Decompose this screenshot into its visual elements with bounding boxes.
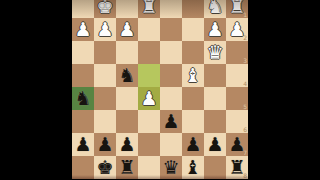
square-h4[interactable] [72, 64, 94, 87]
square-c6[interactable] [182, 110, 204, 133]
square-a1[interactable]: ♜1 [226, 0, 248, 18]
square-f5[interactable] [116, 87, 138, 110]
piece-black-bishop-c8[interactable]: ♝ [182, 156, 204, 179]
square-g3[interactable] [94, 41, 116, 64]
square-f3[interactable] [116, 41, 138, 64]
rank-label-8: 8 [243, 173, 247, 179]
piece-white-pawn-g2[interactable]: ♟ [94, 18, 116, 41]
piece-white-king-g1[interactable]: ♚ [94, 0, 116, 18]
square-h3[interactable] [72, 41, 94, 64]
square-a8[interactable]: ♜8 [226, 156, 248, 179]
square-e7[interactable] [138, 133, 160, 156]
square-f6[interactable] [116, 110, 138, 133]
piece-white-pawn-e5[interactable]: ♟ [138, 87, 160, 110]
square-h7[interactable]: ♟ [72, 133, 94, 156]
board: ♚♜♞♜1♟♟♟♟♟2♛3♞♝4♞♟5♟6♟♟♟♟♟♟7♚♜♛♝♜8 [72, 0, 248, 179]
square-b2[interactable]: ♟ [204, 18, 226, 41]
square-b8[interactable] [204, 156, 226, 179]
square-g5[interactable] [94, 87, 116, 110]
square-c8[interactable]: ♝ [182, 156, 204, 179]
square-h6[interactable] [72, 110, 94, 133]
square-h2[interactable]: ♟ [72, 18, 94, 41]
piece-white-knight-b1[interactable]: ♞ [204, 0, 226, 18]
piece-black-king-g8[interactable]: ♚ [94, 156, 116, 179]
square-e3[interactable] [138, 41, 160, 64]
square-d2[interactable] [160, 18, 182, 41]
square-f8[interactable]: ♜ [116, 156, 138, 179]
square-f1[interactable] [116, 0, 138, 18]
square-g2[interactable]: ♟ [94, 18, 116, 41]
piece-black-knight-f4[interactable]: ♞ [116, 64, 138, 87]
square-e8[interactable] [138, 156, 160, 179]
square-e1[interactable]: ♜ [138, 0, 160, 18]
square-c1[interactable] [182, 0, 204, 18]
piece-black-pawn-d6[interactable]: ♟ [160, 110, 182, 133]
square-h1[interactable] [72, 0, 94, 18]
piece-black-knight-h5[interactable]: ♞ [72, 87, 94, 110]
square-d3[interactable] [160, 41, 182, 64]
piece-white-rook-e1[interactable]: ♜ [138, 0, 160, 18]
square-h8[interactable] [72, 156, 94, 179]
square-g6[interactable] [94, 110, 116, 133]
square-e5[interactable]: ♟ [138, 87, 160, 110]
square-a3[interactable]: 3 [226, 41, 248, 64]
piece-black-pawn-h7[interactable]: ♟ [72, 133, 94, 156]
piece-black-pawn-b7[interactable]: ♟ [204, 133, 226, 156]
square-e4[interactable] [138, 64, 160, 87]
letterbox-left [0, 0, 72, 180]
square-b6[interactable] [204, 110, 226, 133]
square-e6[interactable] [138, 110, 160, 133]
square-a5[interactable]: 5 [226, 87, 248, 110]
square-d4[interactable] [160, 64, 182, 87]
square-d5[interactable] [160, 87, 182, 110]
square-d6[interactable]: ♟ [160, 110, 182, 133]
square-f2[interactable]: ♟ [116, 18, 138, 41]
piece-white-pawn-h2[interactable]: ♟ [72, 18, 94, 41]
square-g8[interactable]: ♚ [94, 156, 116, 179]
piece-black-rook-f8[interactable]: ♜ [116, 156, 138, 179]
piece-black-queen-d8[interactable]: ♛ [160, 156, 182, 179]
square-b1[interactable]: ♞ [204, 0, 226, 18]
square-a2[interactable]: ♟2 [226, 18, 248, 41]
square-g7[interactable]: ♟ [94, 133, 116, 156]
square-d1[interactable] [160, 0, 182, 18]
piece-black-pawn-g7[interactable]: ♟ [94, 133, 116, 156]
square-a4[interactable]: 4 [226, 64, 248, 87]
square-g1[interactable]: ♚ [94, 0, 116, 18]
square-b7[interactable]: ♟ [204, 133, 226, 156]
piece-white-pawn-b2[interactable]: ♟ [204, 18, 226, 41]
square-f7[interactable]: ♟ [116, 133, 138, 156]
square-c2[interactable] [182, 18, 204, 41]
square-b3[interactable]: ♛ [204, 41, 226, 64]
piece-black-pawn-c7[interactable]: ♟ [182, 133, 204, 156]
piece-black-pawn-f7[interactable]: ♟ [116, 133, 138, 156]
square-c3[interactable] [182, 41, 204, 64]
piece-white-queen-b3[interactable]: ♛ [204, 41, 226, 64]
square-d7[interactable] [160, 133, 182, 156]
square-h5[interactable]: ♞ [72, 87, 94, 110]
square-c4[interactable]: ♝ [182, 64, 204, 87]
square-g4[interactable] [94, 64, 116, 87]
piece-white-pawn-f2[interactable]: ♟ [116, 18, 138, 41]
square-a7[interactable]: ♟7 [226, 133, 248, 156]
square-c7[interactable]: ♟ [182, 133, 204, 156]
video-frame: ♚♜♞♜1♟♟♟♟♟2♛3♞♝4♞♟5♟6♟♟♟♟♟♟7♚♜♛♝♜8 [0, 0, 320, 180]
square-d8[interactable]: ♛ [160, 156, 182, 179]
square-e2[interactable] [138, 18, 160, 41]
square-b4[interactable] [204, 64, 226, 87]
piece-white-bishop-c4[interactable]: ♝ [182, 64, 204, 87]
square-c5[interactable] [182, 87, 204, 110]
square-f4[interactable]: ♞ [116, 64, 138, 87]
square-a6[interactable]: 6 [226, 110, 248, 133]
square-b5[interactable] [204, 87, 226, 110]
letterbox-right [248, 0, 320, 180]
